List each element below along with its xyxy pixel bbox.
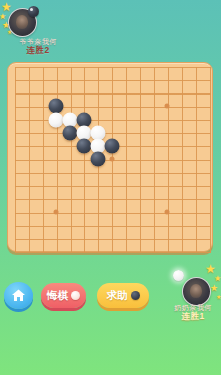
white-stone-badge bbox=[173, 270, 184, 281]
black-stone bbox=[77, 139, 92, 154]
black-stone-badge bbox=[28, 6, 39, 17]
player-bottom-avatar[interactable] bbox=[182, 277, 211, 306]
home-button[interactable] bbox=[4, 282, 33, 309]
white-stone bbox=[49, 112, 64, 127]
star-icon: ★ bbox=[214, 275, 221, 283]
player-bottom-streak: 连胜1 bbox=[151, 311, 221, 323]
undo-button[interactable]: 悔棋 bbox=[41, 283, 86, 308]
black-stone bbox=[104, 139, 119, 154]
game-screen: ★ ★ ★ ★ 爷爷奈我何 连胜2 悔棋 求助 bbox=[0, 0, 221, 375]
black-stone-icon bbox=[131, 291, 140, 300]
star-point bbox=[165, 104, 170, 109]
help-button[interactable]: 求助 bbox=[97, 283, 149, 308]
black-stone bbox=[63, 125, 78, 140]
black-stone bbox=[90, 152, 105, 167]
star-icon: ★ bbox=[216, 294, 221, 300]
board-grid[interactable] bbox=[15, 67, 211, 253]
help-button-label: 求助 bbox=[107, 289, 128, 303]
player-top-streak: 连胜2 bbox=[0, 45, 80, 57]
avatar-photo bbox=[190, 284, 202, 298]
gomoku-board bbox=[7, 62, 213, 252]
avatar-photo bbox=[16, 15, 28, 29]
star-icon: ★ bbox=[210, 284, 218, 293]
star-point bbox=[54, 210, 59, 215]
star-point bbox=[109, 157, 114, 162]
star-point bbox=[165, 210, 170, 215]
white-stone-icon bbox=[71, 291, 80, 300]
home-icon bbox=[11, 289, 26, 302]
undo-button-label: 悔棋 bbox=[47, 289, 68, 303]
